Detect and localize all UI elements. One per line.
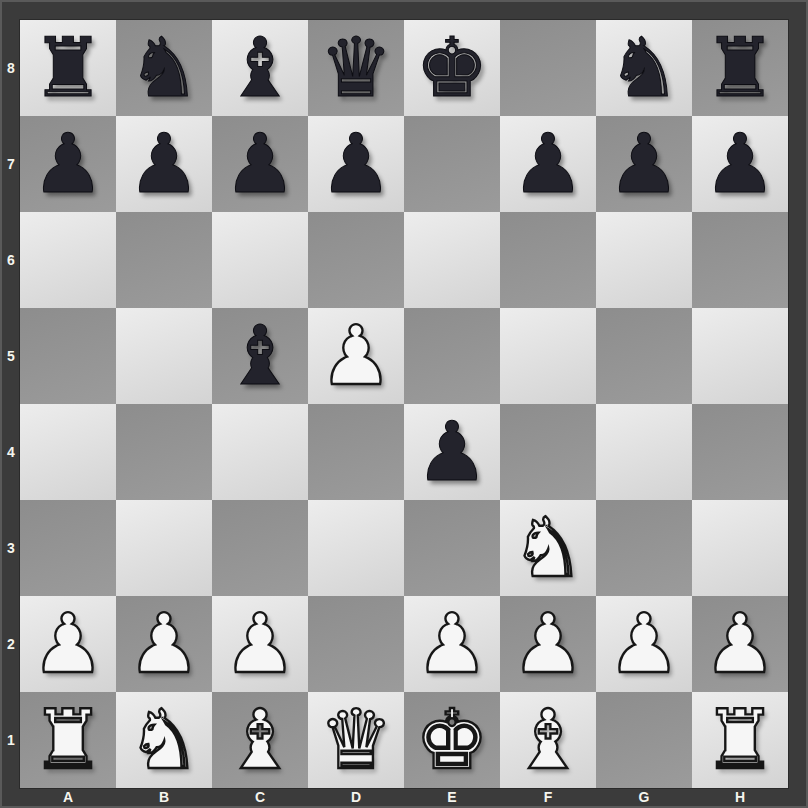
square-h3[interactable] [692,500,788,596]
square-d8[interactable]: ♛ [308,20,404,116]
square-a5[interactable] [20,308,116,404]
square-g7[interactable]: ♟ [596,116,692,212]
square-a6[interactable] [20,212,116,308]
chess-board: ♜♞♝♛♚♞♜♟♟♟♟♟♟♟♝♟♟♞♟♟♟♟♟♟♟♜♞♝♛♚♝♜ [20,20,788,788]
square-h4[interactable] [692,404,788,500]
square-c1[interactable]: ♝ [212,692,308,788]
black-pawn-h7[interactable]: ♟ [703,116,777,212]
white-knight-b1[interactable]: ♞ [127,692,201,788]
file-label-e: E [404,788,500,806]
rank-label-4: 4 [2,404,20,500]
square-a2[interactable]: ♟ [20,596,116,692]
black-king-e8[interactable]: ♚ [415,20,489,116]
square-f3[interactable]: ♞ [500,500,596,596]
square-e4[interactable]: ♟ [404,404,500,500]
black-knight-g8[interactable]: ♞ [607,20,681,116]
rank-label-8: 8 [2,20,20,116]
file-labels: ABCDEFGH [20,788,788,806]
rank-label-3: 3 [2,500,20,596]
square-h5[interactable] [692,308,788,404]
square-c6[interactable] [212,212,308,308]
square-c7[interactable]: ♟ [212,116,308,212]
black-pawn-a7[interactable]: ♟ [31,116,105,212]
square-h8[interactable]: ♜ [692,20,788,116]
rank-label-2: 2 [2,596,20,692]
square-b4[interactable] [116,404,212,500]
square-h7[interactable]: ♟ [692,116,788,212]
square-a7[interactable]: ♟ [20,116,116,212]
white-pawn-c2[interactable]: ♟ [223,596,297,692]
square-a3[interactable] [20,500,116,596]
square-b5[interactable] [116,308,212,404]
rank-label-5: 5 [2,308,20,404]
square-d7[interactable]: ♟ [308,116,404,212]
square-a4[interactable] [20,404,116,500]
white-pawn-d5[interactable]: ♟ [319,308,393,404]
square-a8[interactable]: ♜ [20,20,116,116]
white-pawn-a2[interactable]: ♟ [31,596,105,692]
file-label-c: C [212,788,308,806]
square-b3[interactable] [116,500,212,596]
rank-label-6: 6 [2,212,20,308]
black-pawn-f7[interactable]: ♟ [511,116,585,212]
white-knight-f3[interactable]: ♞ [511,500,585,596]
square-b1[interactable]: ♞ [116,692,212,788]
black-pawn-d7[interactable]: ♟ [319,116,393,212]
square-a1[interactable]: ♜ [20,692,116,788]
square-h6[interactable] [692,212,788,308]
square-d5[interactable]: ♟ [308,308,404,404]
square-g2[interactable]: ♟ [596,596,692,692]
white-pawn-h2[interactable]: ♟ [703,596,777,692]
rank-label-1: 1 [2,692,20,788]
square-e6[interactable] [404,212,500,308]
square-f6[interactable] [500,212,596,308]
square-c3[interactable] [212,500,308,596]
square-e7[interactable] [404,116,500,212]
black-bishop-c8[interactable]: ♝ [223,20,297,116]
chess-board-frame: 87654321 ♜♞♝♛♚♞♜♟♟♟♟♟♟♟♝♟♟♞♟♟♟♟♟♟♟♜♞♝♛♚♝… [0,0,808,808]
white-bishop-c1[interactable]: ♝ [223,692,297,788]
square-g8[interactable]: ♞ [596,20,692,116]
file-label-g: G [596,788,692,806]
white-queen-d1[interactable]: ♛ [319,692,393,788]
white-rook-h1[interactable]: ♜ [703,692,777,788]
file-label-a: A [20,788,116,806]
black-pawn-e4[interactable]: ♟ [415,404,489,500]
square-c8[interactable]: ♝ [212,20,308,116]
black-knight-b8[interactable]: ♞ [127,20,201,116]
black-pawn-b7[interactable]: ♟ [127,116,201,212]
black-rook-h8[interactable]: ♜ [703,20,777,116]
white-pawn-f2[interactable]: ♟ [511,596,585,692]
file-label-h: H [692,788,788,806]
black-queen-d8[interactable]: ♛ [319,20,393,116]
black-pawn-g7[interactable]: ♟ [607,116,681,212]
square-d6[interactable] [308,212,404,308]
square-b7[interactable]: ♟ [116,116,212,212]
black-rook-a8[interactable]: ♜ [31,20,105,116]
square-e5[interactable] [404,308,500,404]
square-h1[interactable]: ♜ [692,692,788,788]
black-bishop-c5[interactable]: ♝ [223,308,297,404]
square-d1[interactable]: ♛ [308,692,404,788]
square-c2[interactable]: ♟ [212,596,308,692]
square-f1[interactable]: ♝ [500,692,596,788]
black-pawn-c7[interactable]: ♟ [223,116,297,212]
white-rook-a1[interactable]: ♜ [31,692,105,788]
rank-label-7: 7 [2,116,20,212]
square-h2[interactable]: ♟ [692,596,788,692]
square-e2[interactable]: ♟ [404,596,500,692]
square-b8[interactable]: ♞ [116,20,212,116]
square-g3[interactable] [596,500,692,596]
square-g6[interactable] [596,212,692,308]
square-c4[interactable] [212,404,308,500]
square-c5[interactable]: ♝ [212,308,308,404]
file-label-d: D [308,788,404,806]
square-e8[interactable]: ♚ [404,20,500,116]
square-b2[interactable]: ♟ [116,596,212,692]
square-f2[interactable]: ♟ [500,596,596,692]
square-e3[interactable] [404,500,500,596]
square-b6[interactable] [116,212,212,308]
white-pawn-b2[interactable]: ♟ [127,596,201,692]
rank-labels: 87654321 [2,20,20,788]
square-d4[interactable] [308,404,404,500]
square-f4[interactable] [500,404,596,500]
white-king-e1[interactable]: ♚ [415,692,489,788]
file-label-b: B [116,788,212,806]
square-f8[interactable] [500,20,596,116]
white-bishop-f1[interactable]: ♝ [511,692,585,788]
square-f7[interactable]: ♟ [500,116,596,212]
white-pawn-e2[interactable]: ♟ [415,596,489,692]
white-pawn-g2[interactable]: ♟ [607,596,681,692]
square-g5[interactable] [596,308,692,404]
square-g1[interactable] [596,692,692,788]
square-d2[interactable] [308,596,404,692]
square-e1[interactable]: ♚ [404,692,500,788]
square-g4[interactable] [596,404,692,500]
square-d3[interactable] [308,500,404,596]
file-label-f: F [500,788,596,806]
square-f5[interactable] [500,308,596,404]
